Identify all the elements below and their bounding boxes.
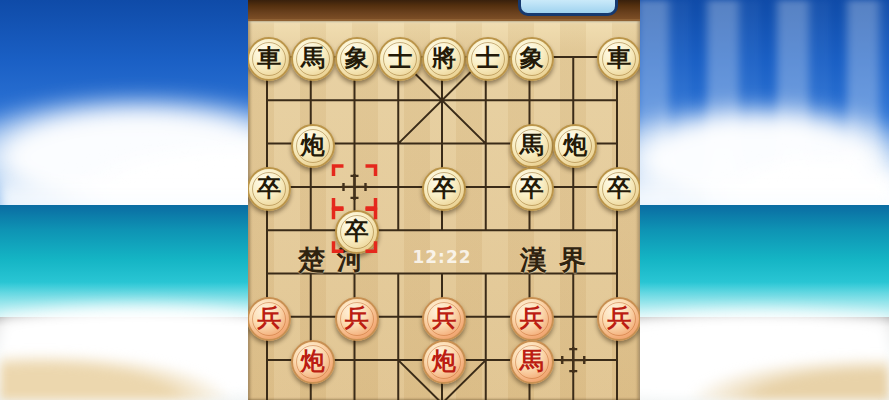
sand [0,330,260,400]
piece-black-卒[interactable]: 卒 [335,210,379,254]
top-button-partial[interactable] [518,0,618,16]
piece-black-將[interactable]: 將 [422,37,466,81]
piece-black-炮[interactable]: 炮 [553,124,597,168]
piece-black-卒[interactable]: 卒 [510,167,554,211]
piece-red-兵[interactable]: 兵 [335,297,379,341]
piece-black-炮[interactable]: 炮 [291,124,335,168]
piece-black-車[interactable]: 車 [597,37,640,81]
xiangqi-board[interactable]: 楚河 漢界 12:22 車馬象士將士象車炮馬炮卒卒卒卒卒兵兵兵兵兵炮炮馬 [248,0,640,400]
piece-black-象[interactable]: 象 [335,37,379,81]
piece-red-馬[interactable]: 馬 [510,340,554,384]
piece-black-卒[interactable]: 卒 [422,167,466,211]
piece-black-馬[interactable]: 馬 [510,124,554,168]
screenshot: 楚河 漢界 12:22 車馬象士將士象車炮馬炮卒卒卒卒卒兵兵兵兵兵炮炮馬 [0,0,889,400]
piece-red-炮[interactable]: 炮 [422,340,466,384]
piece-black-卒[interactable]: 卒 [597,167,640,211]
sand [640,340,889,400]
piece-black-卒[interactable]: 卒 [248,167,291,211]
piece-red-兵[interactable]: 兵 [510,297,554,341]
piece-black-車[interactable]: 車 [248,37,291,81]
piece-red-兵[interactable]: 兵 [597,297,640,341]
piece-red-兵[interactable]: 兵 [248,297,291,341]
piece-black-士[interactable]: 士 [378,37,422,81]
piece-red-炮[interactable]: 炮 [291,340,335,384]
piece-black-士[interactable]: 士 [466,37,510,81]
piece-black-象[interactable]: 象 [510,37,554,81]
piece-red-兵[interactable]: 兵 [422,297,466,341]
pieces-layer: 車馬象士將士象車炮馬炮卒卒卒卒卒兵兵兵兵兵炮炮馬 [248,0,640,400]
piece-black-馬[interactable]: 馬 [291,37,335,81]
